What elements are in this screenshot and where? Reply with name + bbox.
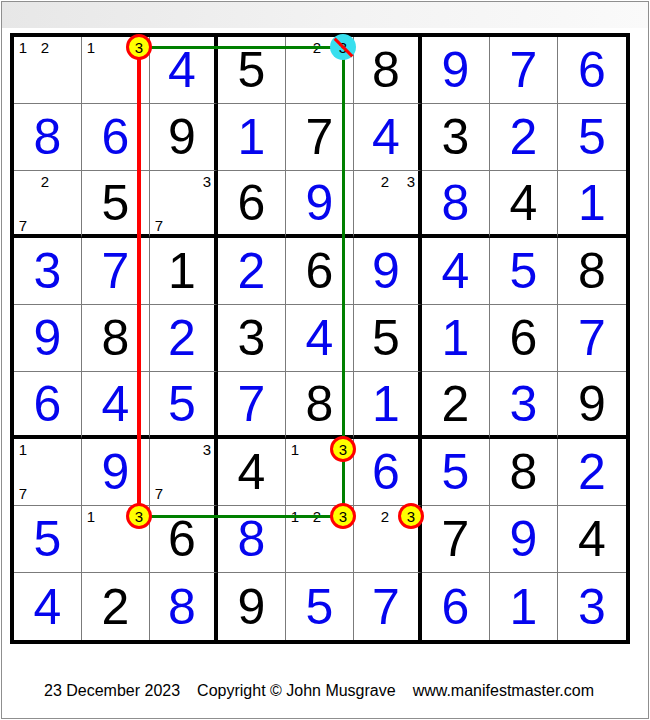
cell-r5c6[interactable]: 5	[354, 305, 422, 372]
pencil-mark: 1	[291, 442, 299, 457]
cell-r3c9[interactable]: 1	[558, 171, 626, 238]
footer-website: www.manifestmaster.com	[413, 682, 594, 700]
cell-r1c5[interactable]: 2	[286, 37, 354, 104]
pencil-mark: 1	[19, 442, 27, 457]
cell-r3c4[interactable]: 6	[218, 171, 286, 238]
solved-digit: 8	[218, 506, 285, 572]
pencil-mark: 2	[313, 40, 321, 55]
solved-digit: 7	[354, 573, 418, 640]
solved-digit: 7	[82, 238, 149, 304]
pencil-mark: 1	[87, 40, 95, 55]
cell-r7c1[interactable]: 17	[14, 439, 82, 506]
cell-r8c3[interactable]: 6	[150, 506, 218, 573]
given-digit: 2	[422, 372, 489, 435]
cell-r9c7[interactable]: 6	[422, 573, 490, 640]
cell-r1c2[interactable]: 1	[82, 37, 150, 104]
pencil-mark: 1	[87, 509, 95, 524]
cell-r7c6[interactable]: 6	[354, 439, 422, 506]
pencil-mark: 2	[41, 40, 49, 55]
solved-digit: 6	[558, 37, 626, 103]
footer-copyright: Copyright © John Musgrave	[197, 682, 396, 700]
cell-r1c8[interactable]: 7	[490, 37, 558, 104]
solved-digit: 3	[558, 573, 626, 640]
cell-r6c9[interactable]: 9	[558, 372, 626, 439]
cell-r8c9[interactable]: 4	[558, 506, 626, 573]
solved-digit: 6	[422, 573, 489, 640]
footer-date: 23 December 2023	[44, 682, 180, 700]
given-digit: 8	[490, 439, 557, 505]
cell-r4c4[interactable]: 2	[218, 238, 286, 305]
cell-r9c9[interactable]: 3	[558, 573, 626, 640]
solved-digit: 4	[354, 104, 418, 170]
solved-digit: 1	[558, 171, 626, 234]
pencil-mark: 3	[203, 174, 211, 189]
pencil-mark: 2	[381, 509, 389, 524]
solved-digit: 7	[490, 37, 557, 103]
cell-r8c5[interactable]: 12	[286, 506, 354, 573]
cell-r6c3[interactable]: 5	[150, 372, 218, 439]
solved-digit: 3	[14, 238, 81, 304]
pencil-mark: 2	[313, 509, 321, 524]
cell-r8c7[interactable]: 7	[422, 506, 490, 573]
cell-r6c6[interactable]: 1	[354, 372, 422, 439]
pencil-mark: 7	[19, 218, 27, 233]
cell-r5c2[interactable]: 8	[82, 305, 150, 372]
solved-digit: 1	[422, 305, 489, 371]
given-digit: 8	[354, 37, 418, 103]
cell-r7c9[interactable]: 2	[558, 439, 626, 506]
solved-digit: 8	[422, 171, 489, 234]
cell-r8c8[interactable]: 9	[490, 506, 558, 573]
cell-r1c3[interactable]: 4	[150, 37, 218, 104]
solved-digit: 5	[422, 439, 489, 505]
cell-r4c5[interactable]: 6	[286, 238, 354, 305]
pencil-mark: 7	[155, 218, 163, 233]
given-digit: 9	[558, 372, 626, 435]
given-digit: 3	[422, 104, 489, 170]
cell-r2c6[interactable]: 4	[354, 104, 422, 171]
given-digit: 5	[354, 305, 418, 371]
cell-r2c8[interactable]: 2	[490, 104, 558, 171]
given-digit: 7	[422, 506, 489, 572]
solved-digit: 1	[490, 573, 557, 640]
cell-r1c7[interactable]: 9	[422, 37, 490, 104]
solved-digit: 6	[14, 372, 81, 435]
solved-digit: 2	[558, 439, 626, 505]
cell-r6c1[interactable]: 6	[14, 372, 82, 439]
cell-r4c1[interactable]: 3	[14, 238, 82, 305]
solved-digit: 4	[14, 573, 81, 640]
solved-digit: 7	[558, 305, 626, 371]
cell-r4c6[interactable]: 9	[354, 238, 422, 305]
cell-r9c8[interactable]: 1	[490, 573, 558, 640]
cell-r7c8[interactable]: 8	[490, 439, 558, 506]
cell-r2c1[interactable]: 8	[14, 104, 82, 171]
solved-digit: 6	[82, 104, 149, 170]
cell-r9c6[interactable]: 7	[354, 573, 422, 640]
solved-digit: 5	[150, 372, 214, 435]
cell-r5c7[interactable]: 1	[422, 305, 490, 372]
cell-r5c5[interactable]: 4	[286, 305, 354, 372]
given-digit: 8	[558, 238, 626, 304]
cell-r2c9[interactable]: 5	[558, 104, 626, 171]
given-digit: 8	[82, 305, 149, 371]
given-digit: 5	[82, 171, 149, 234]
pencil-mark: 2	[41, 174, 49, 189]
solved-digit: 1	[354, 372, 418, 435]
cell-r1c9[interactable]: 6	[558, 37, 626, 104]
cell-r7c5[interactable]: 1	[286, 439, 354, 506]
cell-r4c2[interactable]: 7	[82, 238, 150, 305]
solved-digit: 4	[422, 238, 489, 304]
given-digit: 9	[150, 104, 214, 170]
given-digit: 6	[218, 171, 285, 234]
cell-r6c4[interactable]: 7	[218, 372, 286, 439]
cell-r3c8[interactable]: 4	[490, 171, 558, 238]
cell-r4c8[interactable]: 5	[490, 238, 558, 305]
solved-digit: 9	[354, 238, 418, 304]
solved-digit: 2	[490, 104, 557, 170]
cell-r5c4[interactable]: 3	[218, 305, 286, 372]
cell-r9c4[interactable]: 9	[218, 573, 286, 640]
solved-digit: 7	[218, 372, 285, 435]
cell-r1c4[interactable]: 5	[218, 37, 286, 104]
cell-r5c1[interactable]: 9	[14, 305, 82, 372]
solved-digit: 9	[82, 439, 149, 505]
cell-r9c2[interactable]: 2	[82, 573, 150, 640]
pencil-mark: 2	[381, 174, 389, 189]
given-digit: 4	[218, 439, 285, 505]
pencil-mark: 1	[291, 509, 299, 524]
cell-r2c4[interactable]: 1	[218, 104, 286, 171]
cell-r3c2[interactable]: 5	[82, 171, 150, 238]
cell-r2c7[interactable]: 3	[422, 104, 490, 171]
solved-digit: 4	[82, 372, 149, 435]
pencil-mark: 3	[407, 174, 415, 189]
cell-r7c7[interactable]: 5	[422, 439, 490, 506]
solved-digit: 9	[422, 37, 489, 103]
cell-r8c6[interactable]: 2	[354, 506, 422, 573]
sudoku-board: 1214528976869174325275376923841371269458…	[10, 33, 630, 644]
pencil-mark: 1	[19, 40, 27, 55]
cell-r3c3[interactable]: 37	[150, 171, 218, 238]
pencil-mark: 7	[19, 486, 27, 501]
solved-digit: 5	[490, 238, 557, 304]
cell-r2c5[interactable]: 7	[286, 104, 354, 171]
cell-r9c5[interactable]: 5	[286, 573, 354, 640]
cell-r7c3[interactable]: 37	[150, 439, 218, 506]
cell-r8c2[interactable]: 1	[82, 506, 150, 573]
solved-digit: 5	[558, 104, 626, 170]
solved-digit: 4	[286, 305, 353, 371]
cell-r4c7[interactable]: 4	[422, 238, 490, 305]
cell-r4c3[interactable]: 1	[150, 238, 218, 305]
cell-r2c2[interactable]: 6	[82, 104, 150, 171]
cell-r8c1[interactable]: 5	[14, 506, 82, 573]
cell-r8c4[interactable]: 8	[218, 506, 286, 573]
given-digit: 7	[286, 104, 353, 170]
solved-digit: 5	[286, 573, 353, 640]
solved-digit: 8	[150, 573, 214, 640]
cell-r1c1[interactable]: 12	[14, 37, 82, 104]
cell-r6c5[interactable]: 8	[286, 372, 354, 439]
given-digit: 2	[82, 573, 149, 640]
solved-digit: 9	[14, 305, 81, 371]
cell-r3c7[interactable]: 8	[422, 171, 490, 238]
cell-r6c8[interactable]: 3	[490, 372, 558, 439]
cell-r5c3[interactable]: 2	[150, 305, 218, 372]
solved-digit: 2	[218, 238, 285, 304]
given-digit: 6	[286, 238, 353, 304]
cell-r3c5[interactable]: 9	[286, 171, 354, 238]
cell-r4c9[interactable]: 8	[558, 238, 626, 305]
solved-digit: 6	[354, 439, 418, 505]
given-digit: 3	[218, 305, 285, 371]
solved-digit: 8	[14, 104, 81, 170]
cell-r3c6[interactable]: 23	[354, 171, 422, 238]
footer: 23 December 2023 Copyright © John Musgra…	[44, 682, 594, 700]
cell-r7c4[interactable]: 4	[218, 439, 286, 506]
given-digit: 6	[150, 506, 214, 572]
solved-digit: 9	[490, 506, 557, 572]
cell-r6c7[interactable]: 2	[422, 372, 490, 439]
cell-r1c6[interactable]: 8	[354, 37, 422, 104]
given-digit: 5	[218, 37, 285, 103]
cell-r5c9[interactable]: 7	[558, 305, 626, 372]
given-digit: 4	[490, 171, 557, 234]
cell-r9c3[interactable]: 8	[150, 573, 218, 640]
solved-digit: 1	[218, 104, 285, 170]
cell-r3c1[interactable]: 27	[14, 171, 82, 238]
pencil-mark: 7	[155, 486, 163, 501]
cell-r9c1[interactable]: 4	[14, 573, 82, 640]
cell-r2c3[interactable]: 9	[150, 104, 218, 171]
solved-digit: 5	[14, 506, 81, 572]
pencil-mark: 3	[203, 442, 211, 457]
given-digit: 4	[558, 506, 626, 572]
solved-digit: 9	[286, 171, 353, 234]
cell-r6c2[interactable]: 4	[82, 372, 150, 439]
cell-r7c2[interactable]: 9	[82, 439, 150, 506]
cell-r5c8[interactable]: 6	[490, 305, 558, 372]
given-digit: 8	[286, 372, 353, 435]
solved-digit: 2	[150, 305, 214, 371]
header-bar	[2, 2, 648, 28]
given-digit: 1	[150, 238, 214, 304]
given-digit: 6	[490, 305, 557, 371]
solved-digit: 3	[490, 372, 557, 435]
solved-digit: 4	[150, 37, 214, 103]
given-digit: 9	[218, 573, 285, 640]
